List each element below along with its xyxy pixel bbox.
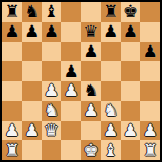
square-f3[interactable]: ♞ [101,101,121,121]
square-f1[interactable]: ♝ [101,140,121,160]
square-e3[interactable]: ♟ [81,101,101,121]
square-b6[interactable] [22,42,42,62]
square-g4[interactable] [121,81,141,101]
square-c2[interactable]: ♛ [42,121,62,141]
piece-black-pawn[interactable]: ♟ [123,23,138,40]
square-f4[interactable] [101,81,121,101]
square-f6[interactable] [101,42,121,62]
square-e1[interactable]: ♚ [81,140,101,160]
piece-white-king[interactable]: ♚ [83,141,98,158]
square-c3[interactable]: ♞ [42,101,62,121]
piece-white-pawn[interactable]: ♟ [4,121,19,138]
square-f5[interactable] [101,61,121,81]
square-h4[interactable] [140,81,160,101]
square-a7[interactable]: ♟ [2,22,22,42]
square-a5[interactable] [2,61,22,81]
piece-white-pawn[interactable]: ♟ [44,82,59,99]
square-d5[interactable]: ♟ [61,61,81,81]
square-d3[interactable] [61,101,81,121]
square-a4[interactable] [2,81,22,101]
square-b8[interactable]: ♞ [22,2,42,22]
square-d4[interactable]: ♟ [61,81,81,101]
piece-white-knight[interactable]: ♞ [103,102,118,119]
piece-black-queen[interactable]: ♛ [83,23,98,40]
piece-black-pawn[interactable]: ♟ [83,42,98,59]
piece-white-bishop[interactable]: ♝ [103,141,118,158]
square-g2[interactable]: ♟ [121,121,141,141]
square-f7[interactable]: ♟ [101,22,121,42]
square-e5[interactable] [81,61,101,81]
square-a3[interactable] [2,101,22,121]
square-b3[interactable] [22,101,42,121]
square-d6[interactable] [61,42,81,62]
piece-white-pawn[interactable]: ♟ [143,121,158,138]
piece-black-knight[interactable]: ♞ [24,3,39,20]
square-g1[interactable] [121,140,141,160]
square-d8[interactable] [61,2,81,22]
piece-white-pawn[interactable]: ♟ [123,121,138,138]
square-b4[interactable] [22,81,42,101]
square-h3[interactable] [140,101,160,121]
square-b5[interactable] [22,61,42,81]
piece-black-knight[interactable]: ♞ [83,82,98,99]
square-c6[interactable] [42,42,62,62]
square-c1[interactable] [42,140,62,160]
square-h2[interactable]: ♟ [140,121,160,141]
piece-black-pawn[interactable]: ♟ [4,23,19,40]
piece-white-knight[interactable]: ♞ [44,102,59,119]
square-a2[interactable]: ♟ [2,121,22,141]
square-e8[interactable] [81,2,101,22]
square-f2[interactable]: ♟ [101,121,121,141]
piece-white-pawn[interactable]: ♟ [64,82,79,99]
square-b2[interactable]: ♟ [22,121,42,141]
square-g5[interactable] [121,61,141,81]
square-d1[interactable] [61,140,81,160]
chess-app: ♜♞♝♜♚♟♟♟♛♟♟♟♟♟♟♟♞♞♟♞♟♟♛♟♟♟♜♚♝♜ [0,0,162,162]
square-e4[interactable]: ♞ [81,81,101,101]
piece-black-rook[interactable]: ♜ [103,3,118,20]
square-h7[interactable] [140,22,160,42]
piece-black-bishop[interactable]: ♝ [44,3,59,20]
piece-white-pawn[interactable]: ♟ [24,121,39,138]
square-b7[interactable]: ♟ [22,22,42,42]
piece-black-pawn[interactable]: ♟ [143,42,158,59]
square-e2[interactable] [81,121,101,141]
piece-white-rook[interactable]: ♜ [143,141,158,158]
square-c4[interactable]: ♟ [42,81,62,101]
piece-white-queen[interactable]: ♛ [44,121,59,138]
square-a8[interactable]: ♜ [2,2,22,22]
square-h5[interactable] [140,61,160,81]
square-b1[interactable] [22,140,42,160]
square-e6[interactable]: ♟ [81,42,101,62]
square-a1[interactable]: ♜ [2,140,22,160]
square-a6[interactable] [2,42,22,62]
square-c7[interactable]: ♟ [42,22,62,42]
piece-black-pawn[interactable]: ♟ [24,23,39,40]
piece-white-rook[interactable]: ♜ [4,141,19,158]
square-d7[interactable] [61,22,81,42]
piece-white-pawn[interactable]: ♟ [83,102,98,119]
square-h8[interactable] [140,2,160,22]
square-g8[interactable]: ♚ [121,2,141,22]
square-d2[interactable] [61,121,81,141]
square-g3[interactable] [121,101,141,121]
piece-white-pawn[interactable]: ♟ [103,121,118,138]
square-f8[interactable]: ♜ [101,2,121,22]
square-g6[interactable] [121,42,141,62]
square-h6[interactable]: ♟ [140,42,160,62]
square-h1[interactable]: ♜ [140,140,160,160]
square-c8[interactable]: ♝ [42,2,62,22]
piece-black-king[interactable]: ♚ [123,3,138,20]
square-g7[interactable]: ♟ [121,22,141,42]
piece-black-rook[interactable]: ♜ [4,3,19,20]
piece-black-pawn[interactable]: ♟ [64,62,79,79]
chess-board: ♜♞♝♜♚♟♟♟♛♟♟♟♟♟♟♟♞♞♟♞♟♟♛♟♟♟♜♚♝♜ [0,0,162,162]
square-e7[interactable]: ♛ [81,22,101,42]
piece-black-pawn[interactable]: ♟ [44,23,59,40]
square-c5[interactable] [42,61,62,81]
piece-black-pawn[interactable]: ♟ [103,23,118,40]
